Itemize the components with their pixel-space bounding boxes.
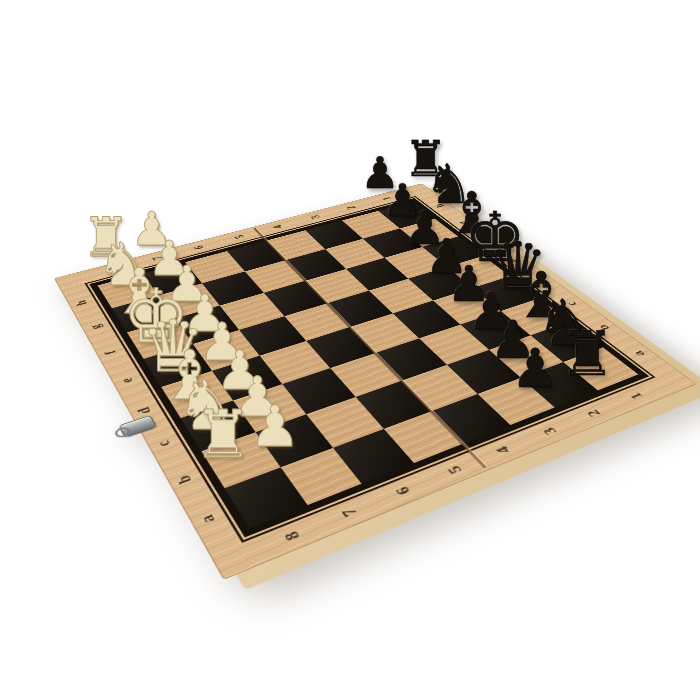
metal-clasp (118, 415, 157, 438)
chess-grid (98, 202, 639, 528)
folding-chessboard: 87654321 87654321 hgfedcba hgfedcba (54, 183, 697, 580)
piece-white-pawn-h7[interactable]: ♟ (131, 206, 173, 253)
board-border-pinstripe (85, 196, 656, 543)
product-photo-scene: 87654321 87654321 hgfedcba hgfedcba ♜♟♞♟… (0, 0, 700, 700)
board-border-band (89, 198, 649, 537)
piece-white-rook-h8[interactable]: ♜ (82, 211, 131, 265)
piece-black-rook-h1[interactable]: ♜ (404, 134, 448, 183)
piece-black-pawn-h2[interactable]: ♟ (361, 151, 400, 195)
